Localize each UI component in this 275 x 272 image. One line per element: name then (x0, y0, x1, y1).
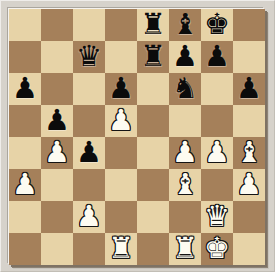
square-g7[interactable]: ♟ (201, 41, 233, 73)
square-g6[interactable] (201, 73, 233, 105)
chess-board: ♜♝♚♛♜♟♟♟♟♞♟♟♟♟♟♟♟♝♟♝♟♟♛♜♜♚ (9, 9, 265, 265)
square-f7[interactable]: ♟ (169, 41, 201, 73)
square-d7[interactable] (105, 41, 137, 73)
square-e4[interactable] (137, 137, 169, 169)
piece-white-king[interactable]: ♚ (201, 233, 233, 265)
square-c1[interactable] (73, 233, 105, 265)
square-b7[interactable] (41, 41, 73, 73)
piece-white-pawn[interactable]: ♟ (41, 137, 73, 169)
square-a5[interactable] (9, 105, 41, 137)
square-e6[interactable] (137, 73, 169, 105)
piece-white-bishop[interactable]: ♝ (169, 169, 201, 201)
square-d5[interactable]: ♟ (105, 105, 137, 137)
square-c2[interactable]: ♟ (73, 201, 105, 233)
square-a1[interactable] (9, 233, 41, 265)
square-d8[interactable] (105, 9, 137, 41)
square-a7[interactable] (9, 41, 41, 73)
square-h4[interactable]: ♝ (233, 137, 265, 169)
piece-black-bishop[interactable]: ♝ (169, 9, 201, 41)
piece-white-pawn[interactable]: ♟ (9, 169, 41, 201)
square-b1[interactable] (41, 233, 73, 265)
square-f8[interactable]: ♝ (169, 9, 201, 41)
piece-black-pawn[interactable]: ♟ (169, 41, 201, 73)
piece-black-pawn[interactable]: ♟ (201, 41, 233, 73)
square-c3[interactable] (73, 169, 105, 201)
piece-black-rook[interactable]: ♜ (137, 9, 169, 41)
square-g8[interactable]: ♚ (201, 9, 233, 41)
piece-black-pawn[interactable]: ♟ (73, 137, 105, 169)
square-d1[interactable]: ♜ (105, 233, 137, 265)
square-a8[interactable] (9, 9, 41, 41)
piece-white-pawn[interactable]: ♟ (201, 137, 233, 169)
square-h3[interactable]: ♟ (233, 169, 265, 201)
square-f3[interactable]: ♝ (169, 169, 201, 201)
square-g4[interactable]: ♟ (201, 137, 233, 169)
square-c4[interactable]: ♟ (73, 137, 105, 169)
square-b8[interactable] (41, 9, 73, 41)
square-f6[interactable]: ♞ (169, 73, 201, 105)
square-a6[interactable]: ♟ (9, 73, 41, 105)
piece-black-pawn[interactable]: ♟ (105, 73, 137, 105)
square-g3[interactable] (201, 169, 233, 201)
piece-white-pawn[interactable]: ♟ (233, 169, 265, 201)
square-d3[interactable] (105, 169, 137, 201)
square-e2[interactable] (137, 201, 169, 233)
piece-black-knight[interactable]: ♞ (169, 73, 201, 105)
piece-white-pawn[interactable]: ♟ (73, 201, 105, 233)
square-h1[interactable] (233, 233, 265, 265)
square-d2[interactable] (105, 201, 137, 233)
piece-white-rook[interactable]: ♜ (169, 233, 201, 265)
square-c8[interactable] (73, 9, 105, 41)
square-f1[interactable]: ♜ (169, 233, 201, 265)
square-c5[interactable] (73, 105, 105, 137)
square-h7[interactable] (233, 41, 265, 73)
square-a4[interactable] (9, 137, 41, 169)
square-e3[interactable] (137, 169, 169, 201)
square-e8[interactable]: ♜ (137, 9, 169, 41)
square-f5[interactable] (169, 105, 201, 137)
piece-white-pawn[interactable]: ♟ (169, 137, 201, 169)
square-g1[interactable]: ♚ (201, 233, 233, 265)
piece-black-queen[interactable]: ♛ (73, 41, 105, 73)
square-h2[interactable] (233, 201, 265, 233)
square-a3[interactable]: ♟ (9, 169, 41, 201)
square-b2[interactable] (41, 201, 73, 233)
square-b3[interactable] (41, 169, 73, 201)
square-f2[interactable] (169, 201, 201, 233)
piece-black-pawn[interactable]: ♟ (9, 73, 41, 105)
piece-black-king[interactable]: ♚ (201, 9, 233, 41)
square-b6[interactable] (41, 73, 73, 105)
square-h8[interactable] (233, 9, 265, 41)
square-h6[interactable]: ♟ (233, 73, 265, 105)
square-g2[interactable]: ♛ (201, 201, 233, 233)
square-e5[interactable] (137, 105, 169, 137)
piece-white-rook[interactable]: ♜ (105, 233, 137, 265)
piece-black-pawn[interactable]: ♟ (41, 105, 73, 137)
piece-white-queen[interactable]: ♛ (201, 201, 233, 233)
square-b5[interactable]: ♟ (41, 105, 73, 137)
piece-black-rook[interactable]: ♜ (137, 41, 169, 73)
board-frame: ♜♝♚♛♜♟♟♟♟♞♟♟♟♟♟♟♟♝♟♝♟♟♛♜♜♚ (0, 0, 275, 272)
square-g5[interactable] (201, 105, 233, 137)
square-f4[interactable]: ♟ (169, 137, 201, 169)
piece-black-pawn[interactable]: ♟ (233, 73, 265, 105)
piece-white-bishop[interactable]: ♝ (233, 137, 265, 169)
square-a2[interactable] (9, 201, 41, 233)
square-c6[interactable] (73, 73, 105, 105)
piece-white-pawn[interactable]: ♟ (105, 105, 137, 137)
square-d4[interactable] (105, 137, 137, 169)
square-c7[interactable]: ♛ (73, 41, 105, 73)
square-h5[interactable] (233, 105, 265, 137)
square-e7[interactable]: ♜ (137, 41, 169, 73)
square-b4[interactable]: ♟ (41, 137, 73, 169)
square-e1[interactable] (137, 233, 169, 265)
square-d6[interactable]: ♟ (105, 73, 137, 105)
